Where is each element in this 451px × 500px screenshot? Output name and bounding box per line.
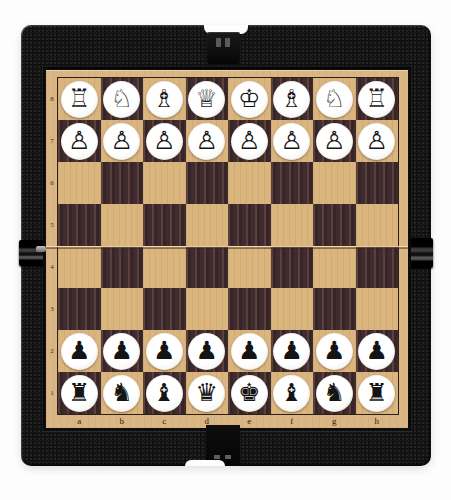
case-top-latch — [207, 32, 240, 64]
square-h6 — [356, 162, 399, 204]
rank-label-3: 3 — [47, 288, 57, 330]
piece-wP-c7: ♙ — [146, 123, 183, 160]
square-a3 — [58, 288, 101, 330]
piece-wB-c8: ♗ — [146, 81, 183, 118]
white-piece-glyph: ♔ — [238, 86, 260, 111]
hinge-pin-icon — [36, 246, 46, 252]
case-bottom-latch — [206, 425, 240, 465]
rank-label-8: 8 — [47, 78, 57, 120]
black-piece-glyph: ♟ — [281, 338, 303, 363]
square-d5 — [186, 204, 229, 246]
rank-label-5: 5 — [47, 204, 57, 246]
rank-label-1: 1 — [47, 372, 57, 414]
square-h7: ♙ — [356, 120, 399, 162]
square-a1: ♜ — [58, 372, 101, 414]
square-b6 — [101, 162, 144, 204]
rank-label-7: 7 — [47, 120, 57, 162]
white-piece-glyph: ♙ — [366, 128, 388, 153]
square-g5 — [313, 204, 356, 246]
black-piece-glyph: ♟ — [238, 338, 260, 363]
rank-label-6: 6 — [47, 162, 57, 204]
square-d7: ♙ — [186, 120, 229, 162]
black-piece-glyph: ♟ — [111, 338, 133, 363]
white-piece-glyph: ♘ — [111, 86, 133, 111]
square-c8: ♗ — [143, 78, 186, 120]
square-f3 — [271, 288, 314, 330]
piece-bK-e1: ♚ — [231, 375, 268, 412]
square-g7: ♙ — [313, 120, 356, 162]
rank-label-2: 2 — [47, 330, 57, 372]
piece-wR-a8: ♖ — [61, 81, 98, 118]
piece-bP-d2: ♟ — [188, 333, 225, 370]
square-b2: ♟ — [101, 330, 144, 372]
square-c5 — [143, 204, 186, 246]
piece-wP-b7: ♙ — [103, 123, 140, 160]
square-h8: ♖ — [356, 78, 399, 120]
latch-ridge — [214, 455, 220, 459]
piece-bP-h2: ♟ — [358, 333, 395, 370]
piece-bN-g1: ♞ — [316, 375, 353, 412]
white-piece-glyph: ♘ — [323, 86, 345, 111]
square-g8: ♘ — [313, 78, 356, 120]
square-g2: ♟ — [313, 330, 356, 372]
square-f1: ♝ — [271, 372, 314, 414]
square-b7: ♙ — [101, 120, 144, 162]
black-piece-glyph: ♟ — [366, 338, 388, 363]
square-e3 — [228, 288, 271, 330]
square-g4 — [313, 246, 356, 288]
square-b4 — [101, 246, 144, 288]
piece-bP-f2: ♟ — [273, 333, 310, 370]
white-piece-glyph: ♙ — [323, 128, 345, 153]
file-label-g: g — [313, 415, 356, 427]
square-e1: ♚ — [228, 372, 271, 414]
square-b5 — [101, 204, 144, 246]
white-piece-glyph: ♙ — [111, 128, 133, 153]
file-label-c: c — [143, 415, 186, 427]
black-piece-glyph: ♟ — [153, 338, 175, 363]
piece-wP-h7: ♙ — [358, 123, 395, 160]
square-c6 — [143, 162, 186, 204]
board-recess: ♖♘♗♕♔♗♘♖♙♙♙♙♙♙♙♙♟♟♟♟♟♟♟♟♜♞♝♛♚♝♞♜ 8765432… — [43, 67, 411, 431]
file-label-f: f — [271, 415, 314, 427]
black-piece-glyph: ♟ — [323, 338, 345, 363]
square-a7: ♙ — [58, 120, 101, 162]
latch-ridge — [225, 38, 230, 47]
square-a5 — [58, 204, 101, 246]
black-piece-glyph: ♛ — [196, 380, 218, 405]
black-piece-glyph: ♜ — [366, 380, 388, 405]
chess-board: ♖♘♗♕♔♗♘♖♙♙♙♙♙♙♙♙♟♟♟♟♟♟♟♟♜♞♝♛♚♝♞♜ 8765432… — [46, 70, 408, 428]
square-b3 — [101, 288, 144, 330]
square-h3 — [356, 288, 399, 330]
square-f4 — [271, 246, 314, 288]
black-piece-glyph: ♟ — [68, 338, 90, 363]
piece-bB-c1: ♝ — [146, 375, 183, 412]
piece-wB-f8: ♗ — [273, 81, 310, 118]
square-b8: ♘ — [101, 78, 144, 120]
square-c7: ♙ — [143, 120, 186, 162]
white-piece-glyph: ♙ — [68, 128, 90, 153]
white-piece-glyph: ♖ — [366, 86, 388, 111]
square-e6 — [228, 162, 271, 204]
chess-case-frame: ♖♘♗♕♔♗♘♖♙♙♙♙♙♙♙♙♟♟♟♟♟♟♟♟♜♞♝♛♚♝♞♜ 8765432… — [21, 25, 431, 466]
square-f6 — [271, 162, 314, 204]
square-d8: ♕ — [186, 78, 229, 120]
black-piece-glyph: ♝ — [153, 380, 175, 405]
square-a8: ♖ — [58, 78, 101, 120]
white-piece-glyph: ♗ — [153, 86, 175, 111]
piece-wP-d7: ♙ — [188, 123, 225, 160]
piece-bB-f1: ♝ — [273, 375, 310, 412]
file-label-d: d — [186, 415, 229, 427]
square-c2: ♟ — [143, 330, 186, 372]
white-piece-glyph: ♖ — [68, 86, 90, 111]
square-d3 — [186, 288, 229, 330]
piece-wK-e8: ♔ — [231, 81, 268, 118]
white-piece-glyph: ♙ — [153, 128, 175, 153]
latch-ridge — [225, 455, 231, 459]
white-piece-glyph: ♕ — [196, 86, 218, 111]
case-bottom-notch — [185, 460, 225, 466]
piece-wQ-d8: ♕ — [188, 81, 225, 118]
piece-bR-h1: ♜ — [358, 375, 395, 412]
black-piece-glyph: ♚ — [238, 380, 260, 405]
file-label-e: e — [228, 415, 271, 427]
white-piece-glyph: ♙ — [238, 128, 260, 153]
square-e5 — [228, 204, 271, 246]
square-d4 — [186, 246, 229, 288]
square-f5 — [271, 204, 314, 246]
rank-label-4: 4 — [47, 246, 57, 288]
square-b1: ♞ — [101, 372, 144, 414]
square-h2: ♟ — [356, 330, 399, 372]
white-piece-glyph: ♙ — [196, 128, 218, 153]
square-g1: ♞ — [313, 372, 356, 414]
square-d2: ♟ — [186, 330, 229, 372]
square-e4 — [228, 246, 271, 288]
square-c4 — [143, 246, 186, 288]
black-piece-glyph: ♜ — [68, 380, 90, 405]
square-a6 — [58, 162, 101, 204]
square-f7: ♙ — [271, 120, 314, 162]
piece-wP-a7: ♙ — [61, 123, 98, 160]
product-photo: ♖♘♗♕♔♗♘♖♙♙♙♙♙♙♙♙♟♟♟♟♟♟♟♟♜♞♝♛♚♝♞♜ 8765432… — [0, 0, 451, 500]
white-piece-glyph: ♙ — [281, 128, 303, 153]
square-h1: ♜ — [356, 372, 399, 414]
square-g3 — [313, 288, 356, 330]
file-label-b: b — [101, 415, 144, 427]
piece-bR-a1: ♜ — [61, 375, 98, 412]
piece-wN-b8: ♘ — [103, 81, 140, 118]
file-label-h: h — [356, 415, 399, 427]
piece-wR-h8: ♖ — [358, 81, 395, 118]
square-e7: ♙ — [228, 120, 271, 162]
piece-wP-e7: ♙ — [231, 123, 268, 160]
black-piece-glyph: ♞ — [323, 380, 345, 405]
piece-wP-g7: ♙ — [316, 123, 353, 160]
piece-bP-c2: ♟ — [146, 333, 183, 370]
piece-bP-b2: ♟ — [103, 333, 140, 370]
square-d6 — [186, 162, 229, 204]
white-piece-glyph: ♗ — [281, 86, 303, 111]
square-f8: ♗ — [271, 78, 314, 120]
piece-wP-f7: ♙ — [273, 123, 310, 160]
square-e8: ♔ — [228, 78, 271, 120]
piece-bQ-d1: ♛ — [188, 375, 225, 412]
square-g6 — [313, 162, 356, 204]
square-h5 — [356, 204, 399, 246]
black-piece-glyph: ♝ — [281, 380, 303, 405]
square-e2: ♟ — [228, 330, 271, 372]
piece-wN-g8: ♘ — [316, 81, 353, 118]
square-c1: ♝ — [143, 372, 186, 414]
square-c3 — [143, 288, 186, 330]
square-a2: ♟ — [58, 330, 101, 372]
black-piece-glyph: ♟ — [196, 338, 218, 363]
latch-ridge — [216, 38, 221, 47]
square-d1: ♛ — [186, 372, 229, 414]
black-piece-glyph: ♞ — [111, 380, 133, 405]
square-f2: ♟ — [271, 330, 314, 372]
file-label-a: a — [58, 415, 101, 427]
piece-bP-a2: ♟ — [61, 333, 98, 370]
square-h4 — [356, 246, 399, 288]
piece-bP-g2: ♟ — [316, 333, 353, 370]
piece-bP-e2: ♟ — [231, 333, 268, 370]
piece-bN-b1: ♞ — [103, 375, 140, 412]
board-grid: ♖♘♗♕♔♗♘♖♙♙♙♙♙♙♙♙♟♟♟♟♟♟♟♟♜♞♝♛♚♝♞♜ — [57, 77, 399, 415]
square-a4 — [58, 246, 101, 288]
